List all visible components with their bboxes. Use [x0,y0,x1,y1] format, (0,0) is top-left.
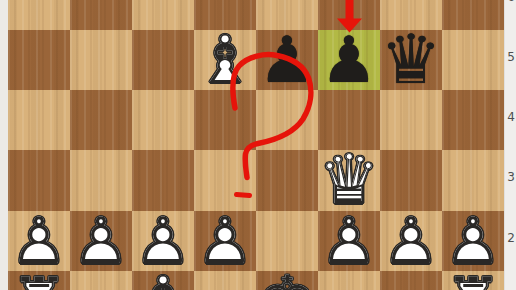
rank-label-3: 3 [505,171,516,184]
rank-label-5: 5 [505,51,516,64]
square-h2[interactable]: ♟♙ [442,211,504,271]
square-a2[interactable]: ♟♙ [8,211,70,271]
square-b5[interactable] [70,30,132,90]
square-b6[interactable] [70,0,132,30]
rank-label-6: 6 [505,0,516,4]
square-f5[interactable]: ♟ [318,30,380,90]
square-e3[interactable] [256,150,318,210]
square-g4[interactable] [380,90,442,150]
square-e5[interactable]: ♟ [256,30,318,90]
square-h3[interactable] [442,150,504,210]
white-pawn[interactable]: ♟♙ [442,211,504,271]
square-d2[interactable]: ♟♙ [194,211,256,271]
board-left-margin [0,0,8,290]
square-h6[interactable] [442,0,504,30]
white-bishop[interactable]: ♝♗ [194,30,256,90]
square-d4[interactable] [194,90,256,150]
black-pawn[interactable]: ♟ [256,30,318,90]
black-pawn[interactable]: ♟ [318,30,380,90]
white-pawn[interactable]: ♟♙ [380,211,442,271]
white-queen[interactable]: ♛♕ [318,150,380,210]
square-c6[interactable] [132,0,194,30]
square-c5[interactable] [132,30,194,90]
square-f3[interactable]: ♛♕ [318,150,380,210]
square-d1[interactable] [194,271,256,290]
chess-board[interactable]: ♝♗♟♟♛♛♕♟♙♟♙♟♙♟♙♟♙♟♙♟♙♜♖♝♗♚♔♜♖ [8,0,504,290]
white-king[interactable]: ♚♔ [256,271,318,290]
square-e4[interactable] [256,90,318,150]
white-rook[interactable]: ♜♖ [8,271,70,290]
square-h1[interactable]: ♜♖ [442,271,504,290]
square-c4[interactable] [132,90,194,150]
square-g3[interactable] [380,150,442,210]
rank-label-2: 2 [505,232,516,245]
square-g1[interactable] [380,271,442,290]
square-a6[interactable] [8,0,70,30]
square-h5[interactable] [442,30,504,90]
square-b4[interactable] [70,90,132,150]
black-queen[interactable]: ♛ [380,30,442,90]
board-right-margin: 65432 [504,0,516,290]
square-b1[interactable] [70,271,132,290]
white-bishop[interactable]: ♝♗ [132,271,194,290]
square-f1[interactable] [318,271,380,290]
square-g5[interactable]: ♛ [380,30,442,90]
square-d3[interactable] [194,150,256,210]
square-a4[interactable] [8,90,70,150]
white-pawn[interactable]: ♟♙ [8,211,70,271]
square-h4[interactable] [442,90,504,150]
square-c3[interactable] [132,150,194,210]
white-pawn[interactable]: ♟♙ [70,211,132,271]
white-pawn[interactable]: ♟♙ [194,211,256,271]
square-a1[interactable]: ♜♖ [8,271,70,290]
square-d5[interactable]: ♝♗ [194,30,256,90]
square-a5[interactable] [8,30,70,90]
white-rook[interactable]: ♜♖ [442,271,504,290]
square-c1[interactable]: ♝♗ [132,271,194,290]
rank-label-4: 4 [505,111,516,124]
chessboard-screenshot: ♝♗♟♟♛♛♕♟♙♟♙♟♙♟♙♟♙♟♙♟♙♜♖♝♗♚♔♜♖ 65432 [0,0,516,290]
square-b2[interactable]: ♟♙ [70,211,132,271]
square-e1[interactable]: ♚♔ [256,271,318,290]
square-a3[interactable] [8,150,70,210]
white-pawn[interactable]: ♟♙ [318,211,380,271]
square-f2[interactable]: ♟♙ [318,211,380,271]
square-g2[interactable]: ♟♙ [380,211,442,271]
square-b3[interactable] [70,150,132,210]
